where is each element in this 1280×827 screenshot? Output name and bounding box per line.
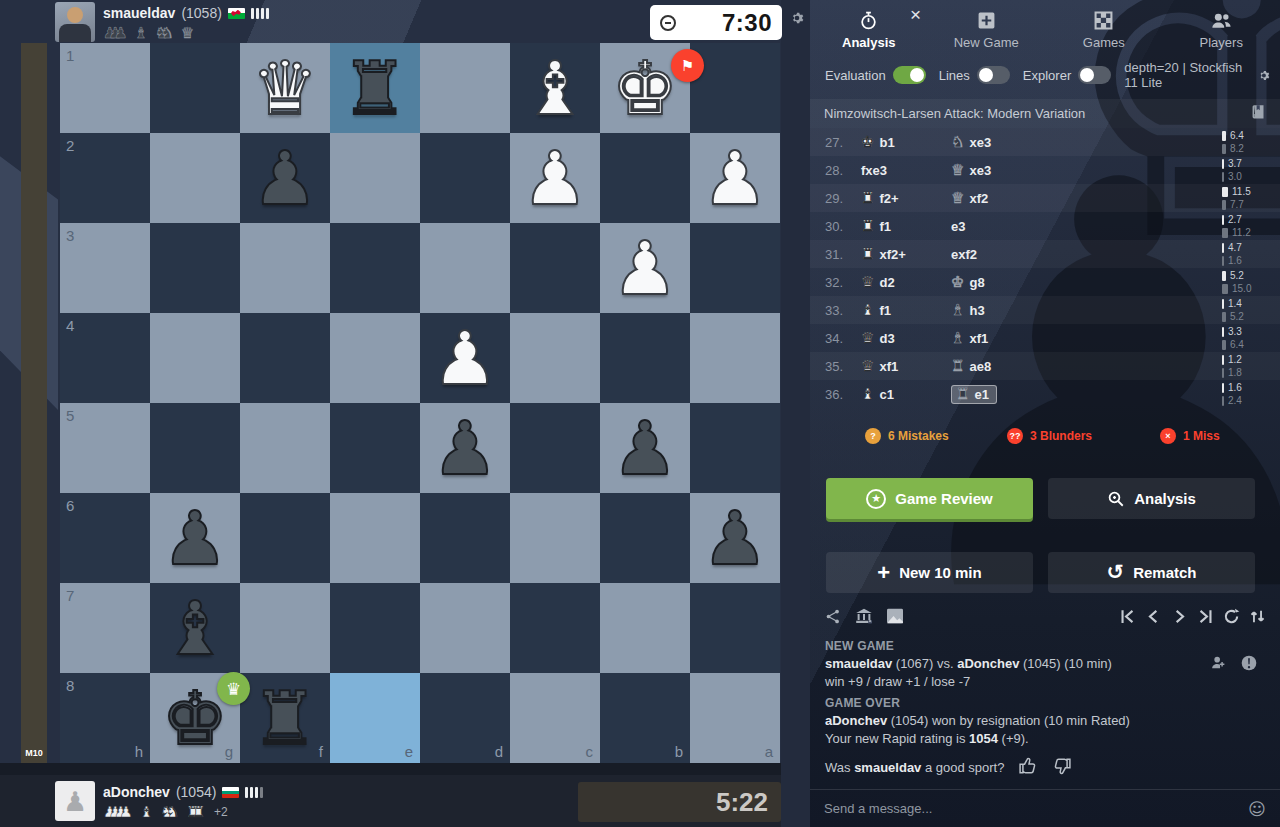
square-a7[interactable] — [690, 583, 780, 673]
square-h1[interactable]: 1 — [60, 43, 150, 133]
black-move[interactable]: ♝h3 — [951, 303, 1101, 318]
move-san: exf2 — [951, 247, 977, 262]
eval-bar-mini — [1222, 256, 1224, 266]
piece-white-pawn[interactable]: ♟ — [690, 133, 780, 223]
emoji-icon[interactable]: ☺ — [1248, 799, 1266, 819]
eval-value: 15.0 — [1232, 283, 1251, 294]
tab-label: New Game — [954, 35, 1019, 50]
move-san: xe3 — [969, 163, 991, 178]
go-to-end-icon[interactable] — [1197, 608, 1214, 629]
file-label: c — [586, 743, 594, 760]
move-row: 27.♚b1♞xe36.48.2 — [810, 128, 1280, 156]
toggle-lines[interactable]: Lines — [939, 66, 1010, 84]
game-over-header: GAME OVER — [825, 696, 1265, 710]
captured-pieces-tray: ♟♟♟♟♝♞♞♜♜+2 — [103, 805, 228, 820]
piece-black-pawn[interactable]: ♟ — [690, 493, 780, 583]
eval-bar-mini — [1222, 228, 1228, 238]
timer-icon — [660, 15, 676, 31]
move-san: h3 — [969, 303, 984, 318]
move-piece-icon: ♜ — [951, 359, 964, 374]
move-piece-icon: ♜ — [956, 387, 969, 402]
book-icon[interactable] — [1251, 104, 1266, 123]
star-icon: ★ — [866, 489, 886, 509]
file-label: a — [765, 743, 773, 760]
thumbs-up-icon[interactable] — [1018, 756, 1038, 779]
message-input[interactable]: Send a message... — [824, 801, 1248, 816]
move-number: 34. — [825, 331, 861, 346]
move-number: 32. — [825, 275, 861, 290]
eval-bar-mini — [1222, 271, 1226, 281]
move-san: f2+ — [879, 191, 898, 206]
square-g2[interactable] — [150, 133, 240, 223]
clock-time: 7:30 — [676, 9, 772, 37]
eval-bar-mini — [1222, 312, 1226, 322]
rematch-undo-icon: ↺ — [1107, 562, 1125, 583]
chat-bar: Send a message... ☺ — [810, 789, 1280, 827]
image-download-icon[interactable] — [886, 608, 904, 629]
eval-value: 3.3 — [1228, 326, 1242, 337]
material-score: +2 — [214, 806, 228, 818]
square-h2[interactable]: 2 — [60, 133, 150, 223]
eval-bar-mini — [1222, 383, 1224, 393]
pawn-avatar-icon: ♟ — [63, 788, 87, 815]
move-piece-icon: ♝ — [951, 331, 964, 346]
winner-crown-badge: ♛ — [217, 672, 250, 705]
move-san: xf2+ — [879, 247, 905, 262]
plus-square-icon — [977, 9, 996, 31]
plus-icon: + — [877, 562, 890, 584]
move-row: 28.fxe3♛xe33.73.0 — [810, 156, 1280, 184]
square-d6[interactable] — [420, 493, 510, 583]
black-move[interactable]: exf2 — [951, 247, 1101, 262]
square-c6[interactable] — [510, 493, 600, 583]
square-h5[interactable]: 5 — [60, 403, 150, 493]
move-evals: 2.711.2 — [1222, 214, 1268, 239]
close-icon[interactable]: × — [910, 4, 921, 26]
square-d4[interactable]: ♟ — [420, 313, 510, 403]
rank-label: 2 — [66, 137, 74, 154]
square-b3[interactable]: ♟ — [600, 223, 690, 313]
square-f2[interactable]: ♟ — [240, 133, 330, 223]
square-d7[interactable] — [420, 583, 510, 673]
eval-bar-mini — [1222, 327, 1224, 337]
tab-label: Games — [1083, 35, 1125, 50]
square-a4[interactable] — [690, 313, 780, 403]
stakes-line: win +9 / draw +1 / lose -7 — [825, 674, 1265, 689]
move-piece-icon: ♚ — [951, 275, 964, 290]
move-piece-icon: ♚ — [861, 135, 874, 150]
toggle-label: Explorer — [1023, 68, 1071, 83]
square-b4[interactable] — [600, 313, 690, 403]
wales-flag-icon — [228, 8, 245, 19]
move-san: g8 — [969, 275, 984, 290]
piece-black-bishop[interactable]: ♝ — [150, 583, 240, 673]
game-review-button[interactable]: ★ Game Review — [826, 478, 1033, 519]
file-label: d — [495, 743, 503, 760]
square-e8[interactable]: e — [330, 673, 420, 763]
rank-label: 8 — [66, 677, 74, 694]
square-a1[interactable] — [690, 43, 780, 133]
game-summary: ? 6 Mistakes ?? 3 Blunders × 1 Miss — [810, 428, 1280, 448]
eval-value: 2.4 — [1228, 395, 1242, 406]
white-move[interactable]: ♛d3 — [861, 331, 951, 346]
magnifier-icon — [1107, 490, 1125, 508]
eval-value: 1.2 — [1228, 354, 1242, 365]
square-e2[interactable] — [330, 133, 420, 223]
avatar[interactable]: ♟ — [55, 781, 95, 821]
eval-bar-mini — [1222, 368, 1224, 378]
square-a6[interactable]: ♟ — [690, 493, 780, 583]
report-icon[interactable] — [1241, 655, 1257, 675]
white-move[interactable]: ♛d2 — [861, 275, 951, 290]
piece-black-rook[interactable]: ♜ — [240, 673, 330, 763]
new-game-block: NEW GAME smaueldav (1067) vs. aDonchev (… — [825, 639, 1265, 689]
flip-board-icon[interactable] — [1249, 608, 1266, 629]
square-g8[interactable]: g♚♛ — [150, 673, 240, 763]
toggle-switch[interactable] — [1078, 66, 1111, 84]
square-c8[interactable]: c — [510, 673, 600, 763]
black-move[interactable]: ♞xe3 — [951, 135, 1101, 150]
thumbs-down-icon[interactable] — [1052, 756, 1072, 779]
white-clock: 7:30 — [650, 5, 782, 40]
square-c5[interactable] — [510, 403, 600, 493]
move-san: b1 — [879, 135, 894, 150]
eval-bar-mini — [1222, 396, 1224, 406]
move-list: 27.♚b1♞xe36.48.228.fxe3♛xe33.73.029.♜f2+… — [810, 128, 1280, 408]
move-number: 29. — [825, 191, 861, 206]
eval-bar-mini — [1222, 340, 1226, 350]
move-row: 32.♛d2♚g85.215.0 — [810, 268, 1280, 296]
background-strip — [781, 0, 810, 827]
good-sport-question: Was smaueldav a good sport? — [825, 760, 1004, 775]
move-piece-icon: ♝ — [861, 303, 874, 318]
eval-value: 6.4 — [1230, 130, 1244, 141]
square-b1[interactable]: ♚⚑ — [600, 43, 690, 133]
challenge-user-icon[interactable] — [1210, 655, 1227, 675]
square-a5[interactable] — [690, 403, 780, 493]
white-move[interactable]: ♝f1 — [861, 303, 951, 318]
eval-bar-mini — [1222, 187, 1228, 197]
eval-value: 8.2 — [1230, 143, 1244, 154]
game-over-block: GAME OVER aDonchev (1054) won by resigna… — [825, 696, 1265, 746]
move-evals: 1.45.2 — [1222, 298, 1268, 323]
move-evals: 5.215.0 — [1222, 270, 1268, 295]
replay-icon[interactable] — [1223, 608, 1240, 629]
previous-move-icon[interactable] — [1145, 608, 1162, 629]
square-e6[interactable] — [330, 493, 420, 583]
move-number: 31. — [825, 247, 861, 262]
eval-bar-mini — [1222, 243, 1224, 253]
eval-bar-mini — [1222, 131, 1226, 141]
move-row: 35.♛xf1♜ae81.21.8 — [810, 352, 1280, 380]
black-move[interactable]: e3 — [951, 219, 1101, 234]
tab-label: Analysis — [842, 35, 895, 50]
square-e3[interactable] — [330, 223, 420, 313]
eval-value: 5.2 — [1230, 311, 1244, 322]
square-e7[interactable] — [330, 583, 420, 673]
eval-bar-mini — [1222, 284, 1228, 294]
square-h6[interactable]: 6 — [60, 493, 150, 583]
eval-value: 1.6 — [1228, 255, 1242, 266]
square-f6[interactable] — [240, 493, 330, 583]
stopwatch-icon — [859, 9, 878, 31]
square-d3[interactable] — [420, 223, 510, 313]
toggle-evaluation[interactable]: Evaluation — [825, 66, 926, 84]
misses-count: × 1 Miss — [1160, 428, 1220, 444]
file-label: e — [405, 743, 413, 760]
square-h4[interactable]: 4 — [60, 313, 150, 403]
white-move[interactable]: ♜xf2+ — [861, 247, 951, 262]
square-g5[interactable] — [150, 403, 240, 493]
signal-bars-icon — [251, 8, 269, 19]
move-evals: 4.71.6 — [1222, 242, 1268, 267]
rank-label: 5 — [66, 407, 74, 424]
square-b2[interactable] — [600, 133, 690, 223]
square-h8[interactable]: 8h — [60, 673, 150, 763]
white-move[interactable]: ♜f1 — [861, 219, 951, 234]
file-label: b — [675, 743, 683, 760]
square-f5[interactable] — [240, 403, 330, 493]
rating-line: Your new Rapid rating is 1054 (+9). — [825, 731, 1265, 746]
move-san: ae8 — [969, 359, 991, 374]
eval-bar-mini — [1222, 144, 1226, 154]
next-move-icon[interactable] — [1171, 608, 1188, 629]
rematch-button[interactable]: ↺ Rematch — [1048, 552, 1255, 593]
white-move[interactable]: fxe3 — [861, 163, 951, 178]
square-a8[interactable]: a — [690, 673, 780, 763]
player-name[interactable]: smaueldav — [103, 5, 175, 21]
analysis-panel: ♟ ♚ Analysis New Game Games — [810, 0, 1280, 827]
piece-white-pawn[interactable]: ♟ — [600, 223, 690, 313]
black-move[interactable]: ♜ae8 — [951, 359, 1101, 374]
square-d8[interactable]: d — [420, 673, 510, 763]
square-f1[interactable]: ♛ — [240, 43, 330, 133]
move-san: c1 — [879, 387, 893, 402]
library-archive-icon[interactable] — [855, 608, 873, 629]
piece-white-bishop[interactable]: ♝ — [510, 43, 600, 133]
eval-value: 1.4 — [1228, 298, 1242, 309]
move-piece-icon: ♝ — [951, 303, 964, 318]
move-evals: 3.36.4 — [1222, 326, 1268, 351]
square-g4[interactable] — [150, 313, 240, 403]
square-h3[interactable]: 3 — [60, 223, 150, 313]
opening-bar: Nimzowitsch-Larsen Attack: Modern Variat… — [810, 99, 1280, 128]
piece-white-pawn[interactable]: ♟ — [420, 313, 510, 403]
eval-value: 6.4 — [1230, 339, 1244, 350]
square-a3[interactable] — [690, 223, 780, 313]
square-b7[interactable] — [600, 583, 690, 673]
share-icon[interactable] — [825, 608, 842, 629]
piece-black-pawn[interactable]: ♟ — [150, 493, 240, 583]
move-number: 27. — [825, 135, 861, 150]
good-sport-row: Was smaueldav a good sport? — [825, 756, 1072, 779]
piece-black-pawn[interactable]: ♟ — [420, 403, 510, 493]
square-d2[interactable] — [420, 133, 510, 223]
square-g7[interactable]: ♝ — [150, 583, 240, 673]
move-san: e1 — [974, 387, 988, 402]
eval-value: 7.7 — [1230, 199, 1244, 210]
piece-white-queen[interactable]: ♛ — [240, 43, 330, 133]
white-move[interactable]: ♛xf1 — [861, 359, 951, 374]
move-evals: 3.73.0 — [1222, 158, 1268, 183]
toggle-explorer[interactable]: Explorer — [1023, 66, 1111, 84]
toggle-switch[interactable] — [893, 66, 926, 84]
eval-value: 11.2 — [1232, 227, 1251, 238]
move-san: f1 — [879, 303, 891, 318]
square-g3[interactable] — [150, 223, 240, 313]
move-row: 36.♝c1♜e11.62.4 — [810, 380, 1280, 408]
eval-value: 5.2 — [1230, 270, 1244, 281]
black-move[interactable]: ♛xf2 — [951, 191, 1101, 206]
move-number: 35. — [825, 359, 861, 374]
square-c4[interactable] — [510, 313, 600, 403]
tab-new-game[interactable]: New Game — [928, 0, 1046, 56]
chess-app: smaueldav (1058) ♟♟♟♝♞♞♛ ♟ aDonchev (105… — [0, 0, 1280, 827]
board-grid-icon — [1094, 9, 1113, 31]
go-to-start-icon[interactable] — [1119, 608, 1136, 629]
square-e5[interactable] — [330, 403, 420, 493]
new-game-button[interactable]: + New 10 min — [826, 552, 1033, 593]
eval-bar-mini — [1222, 215, 1224, 225]
avatar[interactable] — [55, 2, 95, 42]
square-c2[interactable]: ♟ — [510, 133, 600, 223]
blunders-count: ?? 3 Blunders — [1007, 428, 1092, 444]
piece-black-pawn[interactable]: ♟ — [240, 133, 330, 223]
rank-label: 7 — [66, 587, 74, 604]
chess-board: 1♛♜♝♚⚑2♟♟♟3♟4♟5♟♟6♟♟7♝8hg♚♛f♜edcba — [60, 43, 780, 763]
file-label: h — [135, 743, 143, 760]
captured-pieces-tray: ♟♟♟♝♞♞♛ — [103, 26, 201, 41]
square-a2[interactable]: ♟ — [690, 133, 780, 223]
move-row: 29.♜f2+♛xf211.57.7 — [810, 184, 1280, 212]
toggle-label: Lines — [939, 68, 970, 83]
engine-label: depth=20 | Stockfish 11 Lite — [1124, 60, 1250, 90]
move-number: 28. — [825, 163, 861, 178]
new-game-header: NEW GAME — [825, 639, 1265, 653]
engine-info: depth=20 | Stockfish 11 Lite — [1124, 60, 1270, 90]
bulgaria-flag-icon — [222, 787, 239, 798]
move-piece-icon: ♛ — [861, 331, 874, 346]
eval-bar-mini — [1222, 159, 1224, 169]
move-piece-icon: ♛ — [861, 275, 874, 290]
square-c7[interactable] — [510, 583, 600, 673]
tab-label: Players — [1200, 35, 1243, 50]
square-f4[interactable] — [240, 313, 330, 403]
eval-bar-mini — [1222, 299, 1224, 309]
eval-value: 3.0 — [1228, 171, 1242, 182]
black-move[interactable]: ♚g8 — [951, 275, 1101, 290]
move-number: 36. — [825, 387, 861, 402]
rank-label: 3 — [66, 227, 74, 244]
black-move[interactable]: ♜e1 — [951, 385, 1101, 404]
white-move[interactable]: ♜f2+ — [861, 191, 951, 206]
piece-black-pawn[interactable]: ♟ — [600, 403, 690, 493]
square-b6[interactable] — [600, 493, 690, 583]
move-san: xf2 — [969, 191, 988, 206]
move-row: 31.♜xf2+exf24.71.6 — [810, 240, 1280, 268]
result-line: aDonchev (1054) won by resignation (10 m… — [825, 713, 1265, 728]
mistakes-count: ? 6 Mistakes — [865, 428, 949, 444]
move-piece-icon: ♞ — [951, 135, 964, 150]
move-piece-icon: ♛ — [951, 163, 964, 178]
move-row: 30.♜f1e32.711.2 — [810, 212, 1280, 240]
move-row: 33.♝f1♝h31.45.2 — [810, 296, 1280, 324]
move-san: xe3 — [969, 135, 991, 150]
rank-label: 6 — [66, 497, 74, 514]
square-e1[interactable]: ♜ — [330, 43, 420, 133]
eval-value: 1.8 — [1228, 367, 1242, 378]
square-g6[interactable]: ♟ — [150, 493, 240, 583]
tab-players[interactable]: Players — [1163, 0, 1280, 56]
move-number: 33. — [825, 303, 861, 318]
move-piece-icon: ♛ — [951, 191, 964, 206]
white-move[interactable]: ♚b1 — [861, 135, 951, 150]
move-san: xf1 — [969, 331, 988, 346]
square-b5[interactable]: ♟ — [600, 403, 690, 493]
square-b8[interactable]: b — [600, 673, 690, 763]
square-h7[interactable]: 7 — [60, 583, 150, 673]
people-icon — [1211, 9, 1232, 31]
move-evals: 11.57.7 — [1222, 186, 1268, 211]
rank-label: 4 — [66, 317, 74, 334]
clock-time: 5:22 — [716, 787, 768, 818]
square-e4[interactable] — [330, 313, 420, 403]
tab-games[interactable]: Games — [1045, 0, 1163, 56]
move-san: fxe3 — [861, 163, 887, 178]
square-d1[interactable] — [420, 43, 510, 133]
move-evals: 1.21.8 — [1222, 354, 1268, 379]
move-piece-icon: ♜ — [861, 191, 874, 206]
evaluation-bar: M10 — [21, 43, 47, 763]
piece-black-rook[interactable]: ♜ — [330, 43, 420, 133]
move-evals: 1.62.4 — [1222, 382, 1268, 407]
matchup-line: smaueldav (1067) vs. aDonchev (1045) (10… — [825, 656, 1265, 671]
square-f8[interactable]: f♜ — [240, 673, 330, 763]
mistake-badge-icon: ? — [865, 428, 881, 444]
square-f7[interactable] — [240, 583, 330, 673]
engine-toggles: EvaluationLinesExplorerdepth=20 | Stockf… — [825, 63, 1270, 87]
player-rating: (1058) — [181, 5, 221, 21]
move-piece-icon: ♝ — [861, 387, 874, 402]
eval-value: 4.7 — [1228, 242, 1242, 253]
white-move[interactable]: ♝c1 — [861, 387, 951, 402]
square-g1[interactable] — [150, 43, 240, 133]
analysis-button[interactable]: Analysis — [1048, 478, 1255, 519]
move-san: d3 — [879, 331, 894, 346]
black-move[interactable]: ♛xe3 — [951, 163, 1101, 178]
move-evals: 6.48.2 — [1222, 130, 1268, 155]
piece-white-pawn[interactable]: ♟ — [510, 133, 600, 223]
eval-value: 2.7 — [1228, 214, 1242, 225]
settings-gear-icon[interactable] — [789, 10, 805, 30]
square-f3[interactable] — [240, 223, 330, 313]
move-row: 34.♛d3♝xf13.36.4 — [810, 324, 1280, 352]
share-nav-row — [810, 608, 1280, 634]
square-c1[interactable]: ♝ — [510, 43, 600, 133]
panel-tabs: Analysis New Game Games Players — [810, 0, 1280, 56]
engine-gear-icon[interactable] — [1258, 68, 1270, 83]
player-name[interactable]: aDonchev — [103, 784, 170, 800]
square-c3[interactable] — [510, 223, 600, 313]
eval-bar-mini — [1222, 355, 1224, 365]
square-d5[interactable]: ♟ — [420, 403, 510, 493]
move-san: d2 — [879, 275, 894, 290]
move-san: e3 — [951, 219, 965, 234]
rank-label: 1 — [66, 47, 74, 64]
black-move[interactable]: ♝xf1 — [951, 331, 1101, 346]
miss-badge-icon: × — [1160, 428, 1176, 444]
toggle-switch[interactable] — [977, 66, 1010, 84]
